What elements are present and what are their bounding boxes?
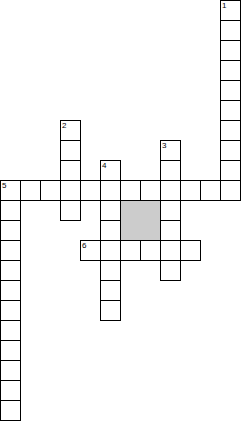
cell-r9c11[interactable] [220, 180, 241, 201]
cell-r5c11[interactable] [220, 100, 241, 121]
cell-r8c3[interactable] [60, 160, 81, 181]
cell-r8c11[interactable] [220, 160, 241, 181]
cell-r9c4[interactable] [80, 180, 101, 201]
cell-r9c9[interactable] [180, 180, 201, 201]
cell-r12c8[interactable] [160, 240, 181, 261]
clue-number-3: 3 [162, 142, 166, 150]
cell-r9c1[interactable] [20, 180, 41, 201]
cell-r3c11[interactable] [220, 60, 241, 81]
cell-r20c0[interactable] [0, 400, 21, 421]
cell-r8c8[interactable] [160, 160, 181, 181]
cell-r11c0[interactable] [0, 220, 21, 241]
cell-r12c5[interactable] [100, 240, 121, 261]
gray-block [120, 200, 161, 241]
cell-r6c11[interactable] [220, 120, 241, 141]
cell-r12c6[interactable] [120, 240, 141, 261]
cell-r15c0[interactable] [0, 300, 21, 321]
cell-r9c7[interactable] [140, 180, 161, 201]
cell-r16c0[interactable] [0, 320, 21, 341]
cell-r2c11[interactable] [220, 40, 241, 61]
cell-r9c8[interactable] [160, 180, 181, 201]
cell-r9c6[interactable] [120, 180, 141, 201]
cell-r13c0[interactable] [0, 260, 21, 281]
cell-r9c2[interactable] [40, 180, 61, 201]
cell-r4c11[interactable] [220, 80, 241, 101]
cell-r9c5[interactable] [100, 180, 121, 201]
cell-r12c9[interactable] [180, 240, 201, 261]
clue-number-1: 1 [222, 2, 226, 10]
cell-r17c0[interactable] [0, 340, 21, 361]
cell-r18c0[interactable] [0, 360, 21, 381]
cell-r9c3[interactable] [60, 180, 81, 201]
cell-r10c0[interactable] [0, 200, 21, 221]
cell-r12c0[interactable] [0, 240, 21, 261]
cell-r13c5[interactable] [100, 260, 121, 281]
cell-r11c5[interactable] [100, 220, 121, 241]
cell-r1c11[interactable] [220, 20, 241, 41]
cell-r19c0[interactable] [0, 380, 21, 401]
clue-number-5: 5 [2, 182, 6, 190]
cell-r9c10[interactable] [200, 180, 221, 201]
cell-r7c11[interactable] [220, 140, 241, 161]
crossword-board: 123456 [0, 0, 241, 421]
cell-r13c8[interactable] [160, 260, 181, 281]
cell-r7c3[interactable] [60, 140, 81, 161]
cell-r12c7[interactable] [140, 240, 161, 261]
clue-number-2: 2 [62, 122, 66, 130]
cell-r10c5[interactable] [100, 200, 121, 221]
cell-r10c8[interactable] [160, 200, 181, 221]
cell-r10c3[interactable] [60, 200, 81, 221]
cell-r11c8[interactable] [160, 220, 181, 241]
clue-number-6: 6 [82, 242, 86, 250]
clue-number-4: 4 [102, 162, 106, 170]
cell-r14c5[interactable] [100, 280, 121, 301]
cell-r15c5[interactable] [100, 300, 121, 321]
cell-r14c0[interactable] [0, 280, 21, 301]
